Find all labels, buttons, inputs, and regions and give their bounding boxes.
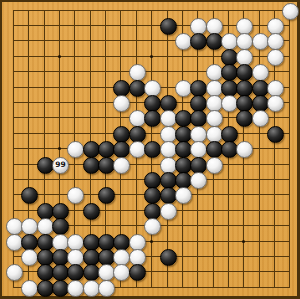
stone-white xyxy=(267,49,284,66)
stone-black xyxy=(83,203,100,220)
stone-white xyxy=(160,203,177,220)
star-point xyxy=(58,147,61,150)
stone-black xyxy=(98,187,115,204)
go-board[interactable]: 99 xyxy=(0,0,300,299)
stone-black xyxy=(129,264,146,281)
stone-white xyxy=(175,187,192,204)
stone-black xyxy=(267,126,284,143)
grid-line-vertical xyxy=(259,10,260,288)
move-number-label: 99 xyxy=(55,161,65,169)
stone-white-marked: 99 xyxy=(52,157,69,174)
stone-black xyxy=(160,249,177,266)
stone-white xyxy=(6,264,23,281)
stone-white xyxy=(206,157,223,174)
stone-white xyxy=(267,95,284,112)
stone-white xyxy=(144,218,161,235)
star-point xyxy=(242,240,245,243)
stone-black xyxy=(21,187,38,204)
stone-white xyxy=(190,172,207,189)
go-game-screenshot: 99 xyxy=(0,0,300,299)
stone-black xyxy=(160,18,177,35)
star-point xyxy=(150,240,153,243)
stone-white xyxy=(98,280,115,297)
stone-white xyxy=(236,141,253,158)
grid-line-vertical xyxy=(289,10,290,288)
stone-white xyxy=(113,157,130,174)
stone-white xyxy=(113,95,130,112)
star-point xyxy=(58,55,61,58)
star-point xyxy=(150,55,153,58)
stone-white xyxy=(67,187,84,204)
stone-white xyxy=(252,110,269,127)
stone-white xyxy=(282,3,299,20)
